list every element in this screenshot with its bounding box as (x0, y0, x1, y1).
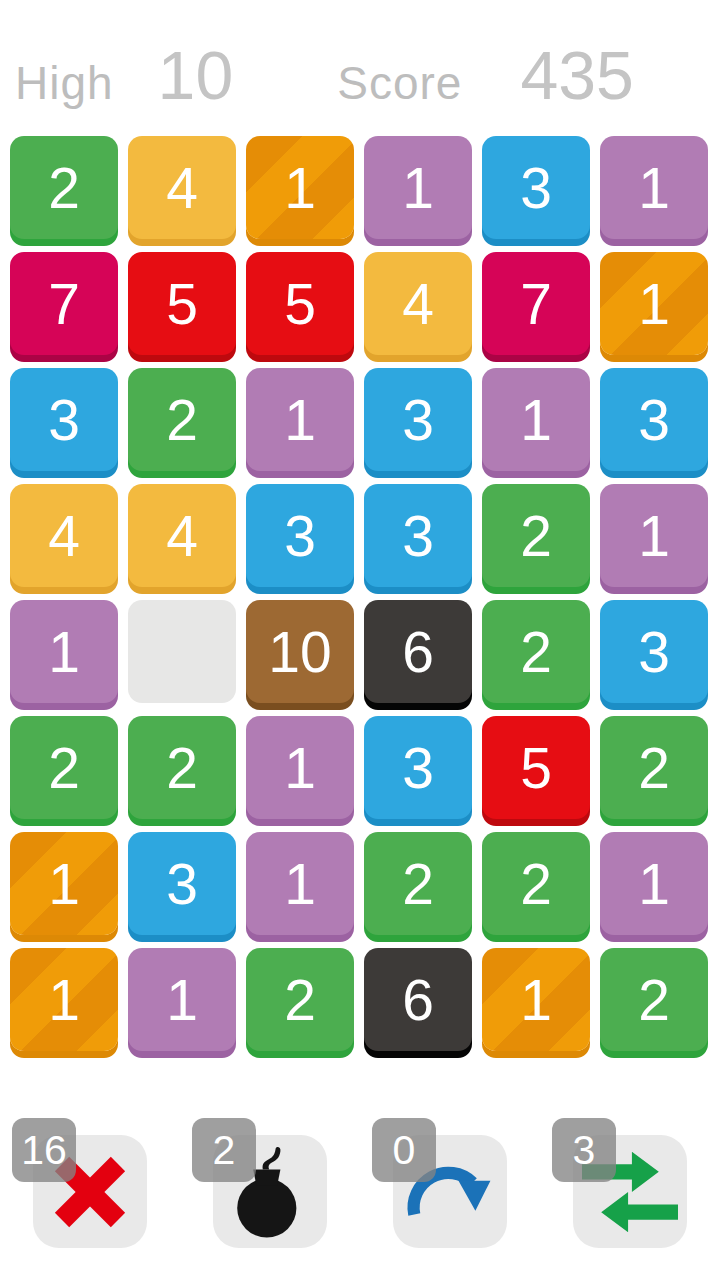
undo-count-badge: 0 (372, 1118, 436, 1182)
tile[interactable]: 2 (128, 716, 236, 819)
tile[interactable]: 2 (600, 948, 708, 1051)
tile[interactable]: 1 (10, 832, 118, 935)
tile[interactable]: 1 (600, 832, 708, 935)
tile[interactable]: 5 (128, 252, 236, 355)
tile[interactable]: 4 (364, 252, 472, 355)
tile[interactable]: 3 (482, 136, 590, 239)
swap-powerup-button[interactable]: 3 (573, 1135, 687, 1248)
tile[interactable]: 2 (10, 716, 118, 819)
swap-count-badge: 3 (552, 1118, 616, 1182)
tile[interactable]: 3 (128, 832, 236, 935)
powerup-slot-swap: 3 (540, 1135, 720, 1280)
undo-powerup-button[interactable]: 0 (393, 1135, 507, 1248)
tile[interactable]: 3 (10, 368, 118, 471)
tile[interactable]: 3 (600, 368, 708, 471)
tile[interactable]: 1 (482, 368, 590, 471)
tile[interactable]: 1 (10, 948, 118, 1051)
high-value: 10 (158, 0, 234, 150)
delete-count-badge: 16 (12, 1118, 76, 1182)
tile[interactable]: 2 (246, 948, 354, 1051)
tile[interactable]: 7 (482, 252, 590, 355)
tile[interactable]: 1 (600, 252, 708, 355)
score-value: 435 (520, 0, 633, 150)
tile[interactable]: 10 (246, 600, 354, 703)
delete-powerup-button[interactable]: 16 (33, 1135, 147, 1248)
bomb-powerup-button[interactable]: 2 (213, 1135, 327, 1248)
tile[interactable]: 5 (246, 252, 354, 355)
tile[interactable]: 4 (128, 484, 236, 587)
powerup-slot-undo: 0 (360, 1135, 540, 1280)
tile[interactable]: 1 (10, 600, 118, 703)
tile[interactable]: 2 (10, 136, 118, 239)
tile[interactable]: 2 (600, 716, 708, 819)
game-board: 2411317554713213134433211106232213521312… (10, 136, 708, 1051)
tile[interactable]: 1 (364, 136, 472, 239)
tile[interactable]: 4 (128, 136, 236, 239)
tile[interactable]: 3 (246, 484, 354, 587)
tile[interactable]: 4 (10, 484, 118, 587)
tile[interactable]: 1 (246, 716, 354, 819)
tile[interactable]: 1 (600, 484, 708, 587)
tile[interactable]: 2 (482, 600, 590, 703)
tile[interactable]: 2 (364, 832, 472, 935)
tile[interactable]: 1 (128, 948, 236, 1051)
bomb-count-badge: 2 (192, 1118, 256, 1182)
tile[interactable]: 7 (10, 252, 118, 355)
tile[interactable]: 3 (364, 484, 472, 587)
powerup-slot-delete: 16 (0, 1135, 180, 1280)
tile[interactable]: 3 (600, 600, 708, 703)
tile[interactable]: 6 (364, 948, 472, 1051)
tile[interactable]: 3 (364, 716, 472, 819)
tile[interactable]: 6 (364, 600, 472, 703)
tile[interactable]: 2 (482, 832, 590, 935)
tile[interactable]: 1 (600, 136, 708, 239)
tile[interactable]: 1 (482, 948, 590, 1051)
score-header: High 10 Score 435 (0, 0, 720, 112)
tile[interactable]: 5 (482, 716, 590, 819)
empty-cell (128, 600, 236, 703)
tile[interactable]: 1 (246, 368, 354, 471)
tile[interactable]: 1 (246, 136, 354, 239)
tile[interactable]: 1 (246, 832, 354, 935)
tile[interactable]: 3 (364, 368, 472, 471)
powerup-bar: 16 2 0 (0, 1135, 720, 1280)
powerup-slot-bomb: 2 (180, 1135, 360, 1280)
tile[interactable]: 2 (482, 484, 590, 587)
tile[interactable]: 2 (128, 368, 236, 471)
